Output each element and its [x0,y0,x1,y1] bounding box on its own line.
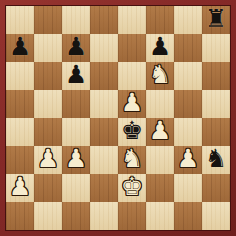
square-g4[interactable] [174,118,202,146]
square-d1[interactable] [90,202,118,230]
square-h4[interactable] [202,118,230,146]
piece-black-rook[interactable]: ♜ [205,5,227,33]
square-c4[interactable] [62,118,90,146]
square-b7[interactable] [34,34,62,62]
square-d4[interactable] [90,118,118,146]
piece-white-pawn[interactable]: ♟ [121,89,143,117]
square-a2[interactable]: ♟ [6,174,34,202]
square-b6[interactable] [34,62,62,90]
piece-white-pawn[interactable]: ♟ [65,145,87,173]
piece-white-pawn[interactable]: ♟ [9,173,31,201]
square-a5[interactable] [6,90,34,118]
chess-board: ♜♟♟♟♟♞♟♚♟♟♟♞♟♞♟♚ [5,5,231,231]
square-h3[interactable]: ♞ [202,146,230,174]
piece-black-pawn[interactable]: ♟ [149,33,171,61]
square-e5[interactable]: ♟ [118,90,146,118]
square-c6[interactable]: ♟ [62,62,90,90]
square-b1[interactable] [34,202,62,230]
square-e8[interactable] [118,6,146,34]
square-c8[interactable] [62,6,90,34]
square-f3[interactable] [146,146,174,174]
square-b3[interactable]: ♟ [34,146,62,174]
square-d7[interactable] [90,34,118,62]
piece-white-pawn[interactable]: ♟ [37,145,59,173]
square-g2[interactable] [174,174,202,202]
square-b4[interactable] [34,118,62,146]
square-f7[interactable]: ♟ [146,34,174,62]
square-g8[interactable] [174,6,202,34]
piece-white-pawn[interactable]: ♟ [177,145,199,173]
piece-black-pawn[interactable]: ♟ [65,61,87,89]
square-c2[interactable] [62,174,90,202]
square-c7[interactable]: ♟ [62,34,90,62]
square-a4[interactable] [6,118,34,146]
square-c1[interactable] [62,202,90,230]
square-d5[interactable] [90,90,118,118]
square-c5[interactable] [62,90,90,118]
piece-black-pawn[interactable]: ♟ [65,33,87,61]
square-a7[interactable]: ♟ [6,34,34,62]
piece-black-pawn[interactable]: ♟ [9,33,31,61]
piece-white-king[interactable]: ♚ [121,173,143,201]
board-frame: ♜♟♟♟♟♞♟♚♟♟♟♞♟♞♟♚ [0,0,236,236]
square-e3[interactable]: ♞ [118,146,146,174]
square-c3[interactable]: ♟ [62,146,90,174]
square-a8[interactable] [6,6,34,34]
square-g7[interactable] [174,34,202,62]
square-f5[interactable] [146,90,174,118]
piece-black-king[interactable]: ♚ [121,117,143,145]
square-e2[interactable]: ♚ [118,174,146,202]
square-a3[interactable] [6,146,34,174]
piece-white-pawn[interactable]: ♟ [149,117,171,145]
square-b8[interactable] [34,6,62,34]
square-h5[interactable] [202,90,230,118]
square-a6[interactable] [6,62,34,90]
square-f1[interactable] [146,202,174,230]
square-g1[interactable] [174,202,202,230]
square-h1[interactable] [202,202,230,230]
square-h2[interactable] [202,174,230,202]
square-f2[interactable] [146,174,174,202]
square-h7[interactable] [202,34,230,62]
square-h6[interactable] [202,62,230,90]
square-g3[interactable]: ♟ [174,146,202,174]
square-f8[interactable] [146,6,174,34]
square-g6[interactable] [174,62,202,90]
square-h8[interactable]: ♜ [202,6,230,34]
square-f6[interactable]: ♞ [146,62,174,90]
square-d3[interactable] [90,146,118,174]
square-e6[interactable] [118,62,146,90]
piece-white-knight[interactable]: ♞ [149,61,171,89]
square-b5[interactable] [34,90,62,118]
square-b2[interactable] [34,174,62,202]
square-e4[interactable]: ♚ [118,118,146,146]
square-e1[interactable] [118,202,146,230]
square-g5[interactable] [174,90,202,118]
piece-white-knight[interactable]: ♞ [121,145,143,173]
piece-black-knight[interactable]: ♞ [205,145,227,173]
square-a1[interactable] [6,202,34,230]
square-e7[interactable] [118,34,146,62]
square-f4[interactable]: ♟ [146,118,174,146]
square-d8[interactable] [90,6,118,34]
square-d2[interactable] [90,174,118,202]
square-d6[interactable] [90,62,118,90]
